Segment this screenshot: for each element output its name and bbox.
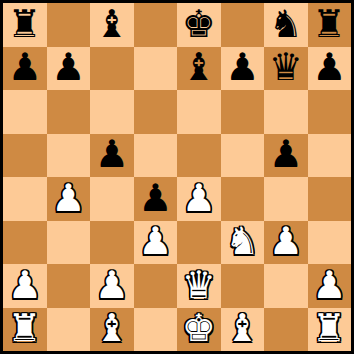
square-g4[interactable] bbox=[264, 177, 308, 221]
piece-black-pawn: ♟ bbox=[95, 135, 129, 173]
square-c4[interactable] bbox=[90, 177, 134, 221]
piece-white-pawn: ♟ bbox=[312, 266, 346, 304]
square-e5[interactable] bbox=[177, 134, 221, 178]
square-c2[interactable]: ♟ bbox=[90, 264, 134, 308]
square-c1[interactable]: ♝ bbox=[90, 308, 134, 352]
piece-black-bishop: ♝ bbox=[95, 5, 129, 43]
piece-black-king: ♚ bbox=[182, 5, 216, 43]
square-b1[interactable] bbox=[47, 308, 91, 352]
square-g7[interactable]: ♛ bbox=[264, 47, 308, 91]
square-e7[interactable]: ♝ bbox=[177, 47, 221, 91]
chess-board: ♜♝♚♞♜♟♟♝♟♛♟♟♟♟♟♟♟♞♟♟♟♛♟♜♝♚♝♜ bbox=[3, 3, 351, 351]
square-f2[interactable] bbox=[221, 264, 265, 308]
square-h6[interactable] bbox=[308, 90, 352, 134]
piece-black-knight: ♞ bbox=[269, 5, 303, 43]
square-h5[interactable] bbox=[308, 134, 352, 178]
square-a4[interactable] bbox=[3, 177, 47, 221]
square-d5[interactable] bbox=[134, 134, 178, 178]
piece-white-pawn: ♟ bbox=[95, 266, 129, 304]
piece-white-knight: ♞ bbox=[225, 222, 259, 260]
square-g8[interactable]: ♞ bbox=[264, 3, 308, 47]
square-e4[interactable]: ♟ bbox=[177, 177, 221, 221]
square-b6[interactable] bbox=[47, 90, 91, 134]
square-h7[interactable]: ♟ bbox=[308, 47, 352, 91]
square-a5[interactable] bbox=[3, 134, 47, 178]
square-d4[interactable]: ♟ bbox=[134, 177, 178, 221]
piece-black-queen: ♛ bbox=[269, 48, 303, 86]
square-f8[interactable] bbox=[221, 3, 265, 47]
square-d7[interactable] bbox=[134, 47, 178, 91]
square-h2[interactable]: ♟ bbox=[308, 264, 352, 308]
square-a7[interactable]: ♟ bbox=[3, 47, 47, 91]
piece-black-pawn: ♟ bbox=[138, 179, 172, 217]
square-h4[interactable] bbox=[308, 177, 352, 221]
piece-white-queen: ♛ bbox=[182, 266, 216, 304]
square-d8[interactable] bbox=[134, 3, 178, 47]
piece-black-pawn: ♟ bbox=[312, 48, 346, 86]
square-h3[interactable] bbox=[308, 221, 352, 265]
square-d6[interactable] bbox=[134, 90, 178, 134]
square-e1[interactable]: ♚ bbox=[177, 308, 221, 352]
square-a8[interactable]: ♜ bbox=[3, 3, 47, 47]
square-h1[interactable]: ♜ bbox=[308, 308, 352, 352]
square-f1[interactable]: ♝ bbox=[221, 308, 265, 352]
square-f7[interactable]: ♟ bbox=[221, 47, 265, 91]
square-d3[interactable]: ♟ bbox=[134, 221, 178, 265]
piece-black-pawn: ♟ bbox=[269, 135, 303, 173]
square-b3[interactable] bbox=[47, 221, 91, 265]
square-d1[interactable] bbox=[134, 308, 178, 352]
piece-white-pawn: ♟ bbox=[8, 266, 42, 304]
square-b7[interactable]: ♟ bbox=[47, 47, 91, 91]
piece-black-rook: ♜ bbox=[8, 5, 42, 43]
square-f6[interactable] bbox=[221, 90, 265, 134]
square-g1[interactable] bbox=[264, 308, 308, 352]
square-a6[interactable] bbox=[3, 90, 47, 134]
square-b4[interactable]: ♟ bbox=[47, 177, 91, 221]
square-f5[interactable] bbox=[221, 134, 265, 178]
piece-black-pawn: ♟ bbox=[8, 48, 42, 86]
square-c5[interactable]: ♟ bbox=[90, 134, 134, 178]
square-g2[interactable] bbox=[264, 264, 308, 308]
square-g6[interactable] bbox=[264, 90, 308, 134]
piece-white-rook: ♜ bbox=[8, 309, 42, 347]
piece-white-bishop: ♝ bbox=[225, 309, 259, 347]
square-e3[interactable] bbox=[177, 221, 221, 265]
piece-white-pawn: ♟ bbox=[138, 222, 172, 260]
square-b2[interactable] bbox=[47, 264, 91, 308]
square-e8[interactable]: ♚ bbox=[177, 3, 221, 47]
chess-board-frame: ♜♝♚♞♜♟♟♝♟♛♟♟♟♟♟♟♟♞♟♟♟♛♟♜♝♚♝♜ bbox=[0, 0, 354, 354]
piece-white-pawn: ♟ bbox=[269, 222, 303, 260]
piece-black-bishop: ♝ bbox=[182, 48, 216, 86]
square-c3[interactable] bbox=[90, 221, 134, 265]
square-c7[interactable] bbox=[90, 47, 134, 91]
square-c8[interactable]: ♝ bbox=[90, 3, 134, 47]
square-f3[interactable]: ♞ bbox=[221, 221, 265, 265]
square-e2[interactable]: ♛ bbox=[177, 264, 221, 308]
square-b5[interactable] bbox=[47, 134, 91, 178]
piece-black-pawn: ♟ bbox=[51, 48, 85, 86]
square-g3[interactable]: ♟ bbox=[264, 221, 308, 265]
piece-white-bishop: ♝ bbox=[95, 309, 129, 347]
square-g5[interactable]: ♟ bbox=[264, 134, 308, 178]
piece-black-rook: ♜ bbox=[312, 5, 346, 43]
square-a1[interactable]: ♜ bbox=[3, 308, 47, 352]
piece-black-pawn: ♟ bbox=[225, 48, 259, 86]
piece-white-king: ♚ bbox=[182, 309, 216, 347]
square-d2[interactable] bbox=[134, 264, 178, 308]
square-c6[interactable] bbox=[90, 90, 134, 134]
piece-white-pawn: ♟ bbox=[182, 179, 216, 217]
square-a3[interactable] bbox=[3, 221, 47, 265]
square-h8[interactable]: ♜ bbox=[308, 3, 352, 47]
square-f4[interactable] bbox=[221, 177, 265, 221]
piece-white-pawn: ♟ bbox=[51, 179, 85, 217]
square-a2[interactable]: ♟ bbox=[3, 264, 47, 308]
square-e6[interactable] bbox=[177, 90, 221, 134]
piece-white-rook: ♜ bbox=[312, 309, 346, 347]
square-b8[interactable] bbox=[47, 3, 91, 47]
